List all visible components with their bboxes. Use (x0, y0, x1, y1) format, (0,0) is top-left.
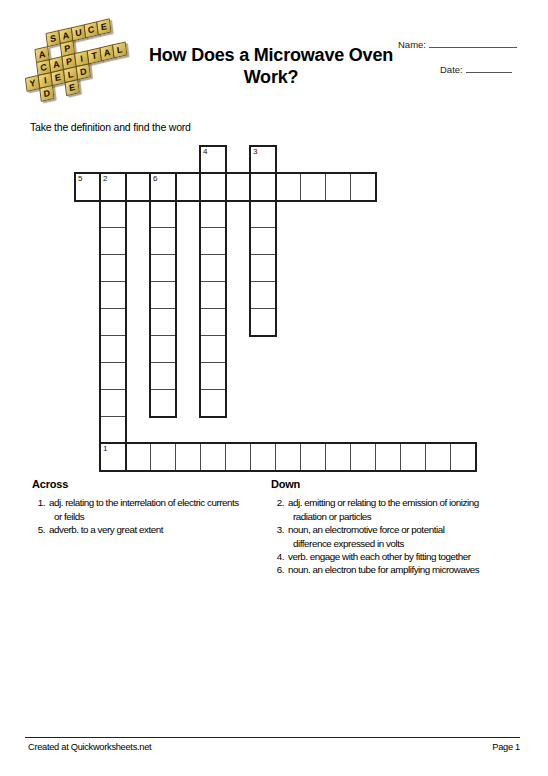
date-field: Date: (440, 63, 512, 75)
clue-number: 2. (271, 496, 284, 523)
crossword-cell-r3c7[interactable] (250, 227, 276, 255)
clue-number: 6. (271, 563, 284, 576)
crossword-cell-r2c1[interactable] (100, 200, 126, 228)
cell-number: 4 (203, 148, 207, 156)
clue-down-2: 2. adj. emitting or relating to the emis… (271, 496, 533, 523)
crossword-cell-r11c8[interactable] (275, 443, 301, 471)
cell-number: 3 (253, 148, 257, 156)
crossword-cell-r11c15[interactable] (450, 443, 476, 471)
crossword-cell-r6c1[interactable] (100, 308, 126, 336)
clue-text-wrap: radiation or particles (293, 510, 533, 523)
crossword-cell-r1c5[interactable] (200, 173, 226, 201)
crossword-cell-r1c0[interactable]: 5 (75, 173, 101, 201)
clue-across-1: 1. adj. relating to the interrelation of… (32, 496, 270, 523)
crossword-cell-r0c7[interactable]: 3 (250, 146, 276, 174)
clue-text: adj. emitting or relating to the emissio… (288, 496, 533, 509)
crossword-cell-r10c1[interactable] (100, 416, 126, 444)
crossword-cell-r7c5[interactable] (200, 335, 226, 363)
footer-page-number: Page 1 (492, 742, 520, 752)
crossword-cell-r4c3[interactable] (150, 254, 176, 282)
crossword-cell-r3c3[interactable] (150, 227, 176, 255)
crossword-cell-r6c7[interactable] (250, 308, 276, 336)
crossword-cell-r11c12[interactable] (375, 443, 401, 471)
cell-number: 6 (153, 175, 157, 183)
clue-text: adverb. to a very great extent (49, 523, 270, 536)
crossword-cell-r2c5[interactable] (200, 200, 226, 228)
page-title-line1: How Does a Microwave Oven (140, 44, 402, 66)
logo-tile-L: L (112, 41, 127, 58)
crossword-cell-r1c8[interactable] (275, 173, 301, 201)
page-title-line2: Work? (140, 66, 402, 88)
date-write-line[interactable] (466, 63, 512, 73)
page-title: How Does a Microwave Oven Work? (140, 44, 402, 88)
clue-number: 1. (32, 496, 45, 523)
date-label: Date: (440, 64, 463, 75)
clue-text: adj. relating to the interrelation of el… (49, 496, 270, 509)
crossword-tiles-logo: SAUCEAPCAPITALYIELDDE (20, 16, 129, 104)
clue-down-6: 6. noun. an electron tube for amplifying… (271, 563, 533, 576)
clue-text: verb. engage with each other by fitting … (288, 550, 533, 563)
crossword-cell-r4c5[interactable] (200, 254, 226, 282)
crossword-cell-r4c1[interactable] (100, 254, 126, 282)
crossword-cell-r5c7[interactable] (250, 281, 276, 309)
crossword-cell-r11c11[interactable] (350, 443, 376, 471)
crossword-cell-r2c3[interactable] (150, 200, 176, 228)
crossword-cell-r6c3[interactable] (150, 308, 176, 336)
crossword-cell-r8c5[interactable] (200, 362, 226, 390)
crossword-cell-r7c1[interactable] (100, 335, 126, 363)
crossword-cell-r1c4[interactable] (175, 173, 201, 201)
clue-number: 4. (271, 550, 284, 563)
cell-number: 2 (103, 175, 107, 183)
crossword-cell-r11c13[interactable] (400, 443, 426, 471)
across-header: Across (32, 478, 270, 491)
crossword-cell-r5c1[interactable] (100, 281, 126, 309)
clue-text: noun. an electron tube for amplifying mi… (288, 563, 533, 576)
instructions-text: Take the definition and find the word (30, 121, 191, 133)
worksheet-page: SAUCEAPCAPITALYIELDDE How Does a Microwa… (0, 0, 548, 776)
logo-tile-E: E (64, 79, 79, 96)
crossword-cell-r11c7[interactable] (250, 443, 276, 471)
crossword-cell-r11c6[interactable] (225, 443, 251, 471)
crossword-cell-r1c1[interactable]: 2 (100, 173, 126, 201)
crossword-cell-r11c3[interactable] (150, 443, 176, 471)
crossword-cell-r1c9[interactable] (300, 173, 326, 201)
crossword-cell-r11c5[interactable] (200, 443, 226, 471)
crossword-cell-r1c10[interactable] (325, 173, 351, 201)
crossword-cell-r0c5[interactable]: 4 (200, 146, 226, 174)
crossword-cell-r1c7[interactable] (250, 173, 276, 201)
clue-across-5: 5. adverb. to a very great extent (32, 523, 270, 536)
name-field: Name: (398, 38, 517, 50)
crossword-cell-r11c10[interactable] (325, 443, 351, 471)
crossword-cell-r9c5[interactable] (200, 389, 226, 417)
crossword-cell-r1c2[interactable] (125, 173, 151, 201)
crossword-cell-r6c5[interactable] (200, 308, 226, 336)
crossword-cell-r7c3[interactable] (150, 335, 176, 363)
crossword-cell-r11c2[interactable] (125, 443, 151, 471)
crossword-cell-r11c1[interactable]: 1 (100, 443, 126, 471)
clue-text-wrap: or feilds (54, 510, 270, 523)
crossword-cell-r4c7[interactable] (250, 254, 276, 282)
crossword-cell-r1c6[interactable] (225, 173, 251, 201)
name-label: Name: (398, 39, 426, 50)
crossword-cell-r2c7[interactable] (250, 200, 276, 228)
crossword-cell-r1c3[interactable]: 6 (150, 173, 176, 201)
crossword-cell-r5c3[interactable] (150, 281, 176, 309)
cell-number: 1 (103, 445, 107, 453)
down-header: Down (271, 478, 533, 491)
crossword-cell-r9c1[interactable] (100, 389, 126, 417)
clue-number: 3. (271, 523, 284, 550)
clue-down-4: 4. verb. engage with each other by fitti… (271, 550, 533, 563)
crossword-cell-r8c1[interactable] (100, 362, 126, 390)
crossword-cell-r11c14[interactable] (425, 443, 451, 471)
crossword-cell-r1c11[interactable] (350, 173, 376, 201)
down-section: Down 2. adj. emitting or relating to the… (271, 478, 533, 577)
clue-number: 5. (32, 523, 45, 536)
footer-divider (25, 737, 520, 738)
cell-number: 5 (78, 175, 82, 183)
crossword-cell-r9c3[interactable] (150, 389, 176, 417)
logo-tile-D: D (39, 85, 54, 102)
name-write-line[interactable] (429, 38, 517, 48)
clue-down-3: 3. noun, an electromotive force or poten… (271, 523, 533, 550)
crossword-cell-r3c5[interactable] (200, 227, 226, 255)
crossword-cell-r11c9[interactable] (300, 443, 326, 471)
crossword-cell-r8c3[interactable] (150, 362, 176, 390)
logo-tile-E: E (96, 18, 111, 35)
crossword-cell-r11c4[interactable] (175, 443, 201, 471)
clue-text-wrap: difference expressed in volts (293, 537, 533, 550)
crossword-cell-r3c1[interactable] (100, 227, 126, 255)
clue-text: noun, an electromotive force or potentia… (288, 523, 533, 536)
crossword-grid: 435261 (75, 146, 476, 471)
footer-credit: Created at Quickworksheets.net (28, 742, 151, 752)
across-section: Across 1. adj. relating to the interrela… (32, 478, 270, 537)
crossword-cell-r5c5[interactable] (200, 281, 226, 309)
logo-tile-D: D (76, 63, 91, 80)
